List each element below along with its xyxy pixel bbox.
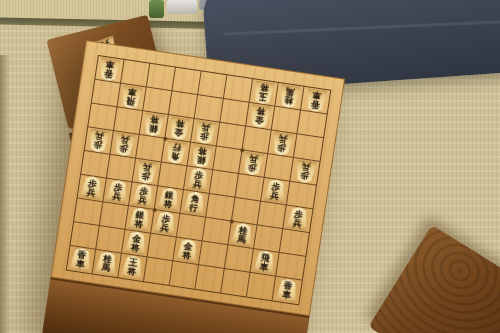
- square-6i[interactable]: [144, 257, 173, 285]
- piece-gote-pawn[interactable]: 歩兵: [87, 128, 111, 154]
- piece-gote-silver[interactable]: 銀将: [142, 112, 166, 138]
- piece-kanji: 銀: [165, 190, 175, 200]
- piece-kanji: 将: [256, 107, 266, 117]
- square-3i[interactable]: [221, 269, 250, 297]
- piece-kanji: 兵: [270, 191, 280, 201]
- piece-gote-king[interactable]: 玉将: [252, 79, 276, 105]
- piece-kanji: 馬: [237, 234, 247, 244]
- piece-kanji: 将: [127, 267, 137, 277]
- shogi-board: 香車玉将桂馬香車飛車金将銀将金将歩兵歩兵歩兵歩兵角行銀将歩兵歩兵歩兵歩兵歩兵歩兵…: [42, 40, 345, 333]
- piece-kanji: 銀: [148, 124, 158, 134]
- piece-gote-rook[interactable]: 飛車: [120, 84, 144, 110]
- board-surface: 香車玉将桂馬香車飛車金将銀将金将歩兵歩兵歩兵歩兵角行銀将歩兵歩兵歩兵歩兵歩兵歩兵…: [51, 40, 346, 316]
- tatami-edge-shadow: [0, 55, 10, 333]
- piece-kanji: 歩: [113, 182, 123, 192]
- piece-gote-gold[interactable]: 金将: [248, 103, 272, 129]
- piece-gote-lance[interactable]: 香車: [97, 56, 121, 82]
- square-7i[interactable]: 王将: [118, 254, 147, 282]
- piece-kanji: 銀: [135, 210, 145, 220]
- piece-sente-pawn[interactable]: 歩兵: [131, 183, 155, 209]
- piece-kanji: 歩: [161, 214, 171, 224]
- piece-sente-king[interactable]: 王将: [120, 254, 144, 280]
- piece-sente-pawn[interactable]: 歩兵: [186, 167, 210, 193]
- piece-gote-pawn[interactable]: 歩兵: [112, 131, 136, 157]
- komadai-sente: [368, 225, 500, 333]
- piece-kanji: 将: [182, 250, 192, 260]
- piece-sente-pawn[interactable]: 歩兵: [105, 179, 129, 205]
- piece-sente-pawn[interactable]: 歩兵: [263, 178, 287, 204]
- piece-kanji: 銀: [196, 155, 206, 165]
- piece-sente-pawn[interactable]: 歩兵: [153, 210, 177, 236]
- piece-kanji: 兵: [249, 154, 259, 164]
- piece-sente-rook[interactable]: 飛車: [253, 249, 277, 275]
- piece-gote-bishop[interactable]: 角行: [164, 139, 188, 165]
- square-4i[interactable]: [195, 265, 224, 293]
- piece-kanji: 兵: [86, 187, 96, 197]
- piece-kanji: 兵: [193, 179, 203, 189]
- piece-kanji: 兵: [112, 191, 122, 201]
- piece-kanji: 車: [105, 60, 115, 70]
- piece-sente-pawn[interactable]: 歩兵: [286, 206, 310, 232]
- piece-sente-bishop[interactable]: 角行: [182, 190, 206, 216]
- piece-gote-knight[interactable]: 桂馬: [277, 83, 301, 109]
- piece-kanji: 歩: [277, 143, 287, 153]
- piece-kanji: 行: [172, 142, 182, 152]
- cushion-fold: [223, 20, 500, 36]
- piece-kanji: 歩: [119, 144, 129, 154]
- piece-kanji: 歩: [271, 182, 281, 192]
- piece-kanji: 歩: [93, 140, 103, 150]
- piece-kanji: 将: [197, 146, 207, 156]
- piece-sente-knight[interactable]: 桂馬: [230, 222, 254, 248]
- piece-kanji: 車: [259, 262, 269, 272]
- piece-kanji: 兵: [278, 134, 288, 144]
- piece-kanji: 馬: [101, 263, 111, 273]
- piece-sente-knight[interactable]: 桂馬: [95, 251, 119, 277]
- piece-kanji: 歩: [87, 178, 97, 188]
- piece-kanji: 兵: [160, 223, 170, 233]
- square-8i[interactable]: 桂馬: [93, 250, 122, 278]
- piece-gote-pawn[interactable]: 歩兵: [270, 131, 294, 157]
- piece-kanji: 歩: [200, 132, 210, 142]
- piece-kanji: 桂: [284, 96, 294, 106]
- piece-kanji: 将: [130, 242, 140, 252]
- piece-kanji: 将: [150, 115, 160, 125]
- piece-kanji: 将: [260, 83, 270, 93]
- piece-kanji: 金: [132, 234, 142, 244]
- green-container: [149, 0, 164, 18]
- piece-kanji: 歩: [141, 171, 151, 181]
- piece-kanji: 将: [175, 119, 185, 129]
- piece-kanji: 香: [77, 250, 87, 260]
- piece-kanji: 兵: [120, 135, 130, 145]
- piece-kanji: 金: [183, 241, 193, 251]
- piece-gote-gold[interactable]: 金将: [167, 115, 191, 141]
- piece-kanji: 桂: [102, 254, 112, 264]
- piece-kanji: 兵: [201, 123, 211, 133]
- piece-kanji: 角: [170, 151, 180, 161]
- piece-kanji: 歩: [139, 186, 149, 196]
- piece-gote-pawn[interactable]: 歩兵: [193, 119, 217, 145]
- piece-kanji: 歩: [294, 209, 304, 219]
- piece-kanji: 香: [283, 281, 293, 291]
- piece-kanji: 香: [104, 69, 114, 79]
- square-1i[interactable]: 香車: [273, 277, 302, 305]
- piece-kanji: 玉: [258, 92, 268, 102]
- piece-kanji: 兵: [138, 195, 148, 205]
- piece-sente-pawn[interactable]: 歩兵: [80, 175, 104, 201]
- piece-kanji: 金: [255, 115, 265, 125]
- piece-kanji: 兵: [301, 162, 311, 172]
- piece-sente-silver[interactable]: 銀将: [157, 187, 181, 213]
- piece-kanji: 歩: [194, 170, 204, 180]
- piece-kanji: 王: [128, 258, 138, 268]
- white-box: [167, 0, 197, 14]
- piece-kanji: 馬: [285, 87, 295, 97]
- piece-gote-lance[interactable]: 香車: [304, 87, 328, 113]
- piece-kanji: 将: [163, 199, 173, 209]
- piece-kanji: 車: [127, 87, 137, 97]
- piece-sente-gold[interactable]: 金将: [124, 230, 148, 256]
- photo-scene: 歩兵歩兵 香車玉将桂馬香車飛車金将銀将金将歩兵歩兵歩兵歩兵角行銀将歩兵歩兵歩兵歩…: [0, 0, 500, 333]
- piece-kanji: 香: [310, 99, 320, 109]
- piece-kanji: 将: [134, 219, 144, 229]
- piece-gote-pawn[interactable]: 歩兵: [135, 159, 159, 185]
- piece-kanji: 兵: [292, 218, 302, 228]
- piece-kanji: 桂: [238, 225, 248, 235]
- piece-kanji: 歩: [299, 171, 309, 181]
- piece-gote-silver[interactable]: 銀将: [190, 143, 214, 169]
- square-9i[interactable]: 香車: [67, 246, 96, 274]
- piece-kanji: 角: [190, 194, 200, 204]
- square-2i[interactable]: [247, 273, 276, 301]
- piece-sente-lance[interactable]: 香車: [69, 247, 93, 273]
- piece-kanji: 金: [174, 128, 184, 138]
- piece-sente-silver[interactable]: 銀将: [127, 206, 151, 232]
- square-5i[interactable]: [170, 261, 199, 289]
- piece-kanji: 行: [189, 203, 199, 213]
- piece-kanji: 飛: [126, 96, 136, 106]
- piece-kanji: 車: [282, 290, 292, 300]
- piece-kanji: 車: [75, 259, 85, 269]
- piece-kanji: 歩: [248, 163, 258, 173]
- piece-sente-gold[interactable]: 金将: [175, 238, 199, 264]
- piece-kanji: 兵: [142, 162, 152, 172]
- piece-kanji: 車: [311, 91, 321, 101]
- piece-sente-lance[interactable]: 香車: [275, 278, 299, 304]
- board-grid: 香車玉将桂馬香車飛車金将銀将金将歩兵歩兵歩兵歩兵角行銀将歩兵歩兵歩兵歩兵歩兵歩兵…: [66, 55, 332, 305]
- piece-gote-pawn[interactable]: 歩兵: [241, 151, 265, 177]
- piece-kanji: 兵: [95, 131, 105, 141]
- piece-kanji: 飛: [260, 253, 270, 263]
- piece-gote-pawn[interactable]: 歩兵: [293, 158, 317, 184]
